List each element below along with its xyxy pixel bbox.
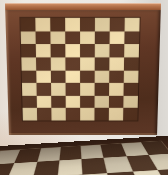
board-square	[65, 44, 80, 57]
board-square	[95, 83, 110, 96]
board-square	[23, 108, 38, 120]
board-square	[22, 70, 37, 83]
board-square	[124, 57, 139, 70]
board-square	[50, 31, 65, 44]
board-square	[95, 31, 110, 44]
board-square	[66, 108, 80, 120]
upright-chess-board	[5, 3, 161, 135]
board-square	[37, 96, 52, 109]
board-square	[124, 44, 139, 57]
board-square	[36, 57, 51, 70]
board-square	[80, 57, 95, 70]
board-square	[157, 169, 168, 175]
board-square	[110, 18, 125, 31]
board-square	[80, 18, 95, 31]
board-top-edge	[5, 3, 161, 10]
board-square	[35, 18, 50, 31]
board-square	[21, 31, 36, 44]
board-square	[66, 83, 81, 96]
board-square	[109, 70, 124, 83]
board-square	[20, 18, 35, 31]
board-square	[125, 18, 140, 31]
product-photo	[0, 0, 168, 175]
board-square	[22, 96, 37, 109]
board-square	[80, 44, 95, 57]
board-square	[57, 159, 82, 175]
board-square	[32, 160, 59, 175]
board-square	[80, 108, 94, 120]
flat-board-wrapper	[0, 136, 168, 175]
board-square	[95, 57, 110, 70]
board-square	[37, 108, 52, 120]
board-square	[80, 83, 95, 96]
board-square	[36, 83, 51, 96]
flat-chess-board	[0, 136, 168, 175]
board-square	[66, 96, 80, 109]
board-square	[36, 31, 51, 44]
board-square	[65, 18, 80, 31]
board-square	[51, 83, 66, 96]
board-square	[124, 70, 139, 83]
board-square	[95, 18, 110, 31]
board-square	[36, 44, 51, 57]
board-square	[36, 70, 51, 83]
board-square	[95, 44, 110, 57]
board-square	[21, 57, 36, 70]
board-square	[123, 96, 138, 109]
board-square	[65, 31, 80, 44]
board-square	[65, 70, 80, 83]
board-square	[65, 57, 80, 70]
board-square	[95, 70, 110, 83]
board-square	[94, 108, 108, 120]
board-square	[109, 96, 124, 109]
board-square	[51, 108, 65, 120]
board-square	[51, 96, 66, 109]
board-square	[109, 108, 124, 120]
board-square	[80, 96, 94, 109]
board-square	[109, 57, 124, 70]
board-square	[50, 18, 65, 31]
upright-board-frame	[5, 10, 161, 135]
board-square	[80, 31, 95, 44]
board-square	[51, 44, 66, 57]
board-square	[51, 70, 66, 83]
board-square	[124, 83, 139, 96]
board-square	[123, 108, 138, 120]
board-square	[80, 70, 95, 83]
board-square	[124, 31, 139, 44]
board-square	[110, 31, 125, 44]
board-square	[21, 44, 36, 57]
board-square	[109, 44, 124, 57]
board-square	[51, 57, 66, 70]
board-square	[109, 83, 124, 96]
board-square	[22, 83, 37, 96]
board-square	[95, 96, 110, 109]
upright-board-field	[19, 17, 140, 122]
flat-board-field	[0, 141, 168, 175]
